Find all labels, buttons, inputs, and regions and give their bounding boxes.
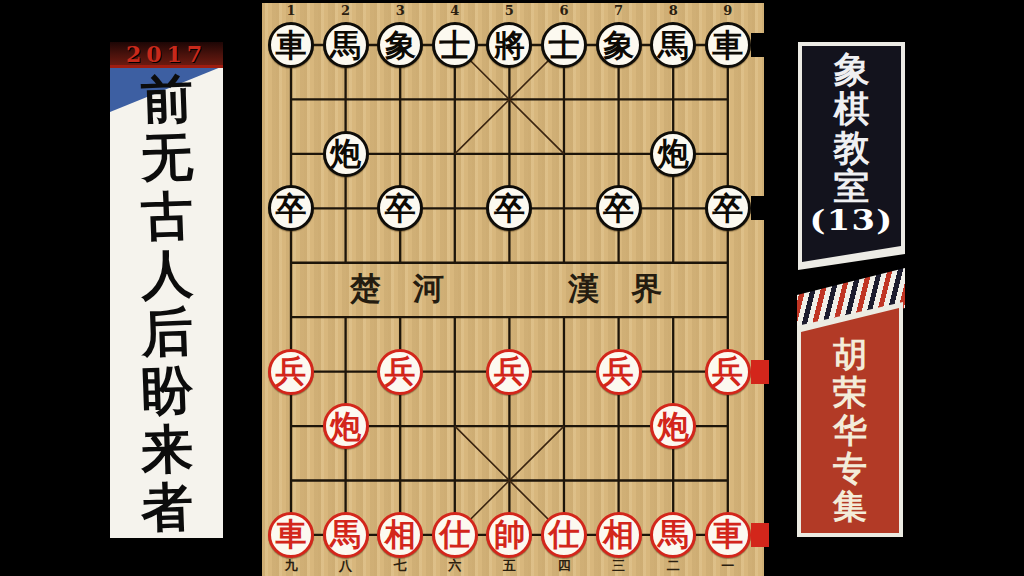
board-point-f7r4[interactable]: 卒 — [591, 181, 646, 235]
board-point-f3r7[interactable]: 兵 — [373, 344, 428, 398]
piece-red-馬[interactable]: 馬 — [323, 512, 369, 558]
banner-char: 者 — [140, 480, 194, 534]
board-point-f6r1[interactable]: 士 — [537, 18, 592, 72]
board-point-f8r5[interactable] — [646, 236, 701, 290]
piece-red-相[interactable]: 相 — [596, 512, 642, 558]
banner-char: 室 — [834, 167, 870, 206]
piece-black-卒[interactable]: 卒 — [486, 185, 532, 231]
board-point-f3r9[interactable] — [373, 453, 428, 507]
board-point-f5r9[interactable] — [482, 453, 537, 507]
board-point-f5r2[interactable] — [482, 72, 537, 126]
board-point-f4r5[interactable] — [427, 236, 482, 290]
board-point-f2r6[interactable] — [318, 290, 373, 344]
file-label-top: 3 — [396, 4, 405, 17]
board-point-f4r6[interactable] — [427, 290, 482, 344]
edge-tab-black — [751, 196, 769, 220]
piece-red-仕[interactable]: 仕 — [541, 512, 587, 558]
board-point-f5r3[interactable] — [482, 127, 537, 181]
board-point-f7r8[interactable] — [591, 399, 646, 453]
board-point-f2r10[interactable]: 馬 — [318, 508, 373, 562]
board-point-f8r2[interactable] — [646, 72, 701, 126]
piece-black-馬[interactable]: 馬 — [323, 22, 369, 68]
board-points-grid: 車馬象士將士象馬車炮炮卒卒卒卒卒兵兵兵兵兵炮炮車馬相仕帥仕相馬車 — [264, 18, 755, 562]
banner-char: 棋 — [834, 89, 870, 128]
piece-red-炮[interactable]: 炮 — [323, 403, 369, 449]
board-point-f4r9[interactable] — [427, 453, 482, 507]
banner-char: 前 — [140, 72, 194, 126]
xiangqi-board: 123456789 九八七六五四三二一 楚河 漢界 車馬象士將士象馬車炮炮卒卒卒… — [262, 0, 764, 576]
board-point-f8r9[interactable] — [646, 453, 701, 507]
board-point-f4r3[interactable] — [427, 127, 482, 181]
board-point-f8r10[interactable]: 馬 — [646, 508, 701, 562]
piece-red-炮[interactable]: 炮 — [650, 403, 696, 449]
board-point-f9r6[interactable] — [700, 290, 755, 344]
board-point-f9r2[interactable] — [700, 72, 755, 126]
board-point-f4r8[interactable] — [427, 399, 482, 453]
collection-title-text: 胡荣华专集 — [801, 300, 899, 533]
board-point-f2r4[interactable] — [318, 181, 373, 235]
board-point-f2r9[interactable] — [318, 453, 373, 507]
piece-black-士[interactable]: 士 — [432, 22, 478, 68]
board-point-f9r8[interactable] — [700, 399, 755, 453]
board-point-f5r1[interactable]: 將 — [482, 18, 537, 72]
file-label-top: 8 — [669, 4, 678, 17]
board-point-f1r1[interactable]: 車 — [264, 18, 319, 72]
board-point-f6r9[interactable] — [537, 453, 592, 507]
board-point-f4r7[interactable] — [427, 344, 482, 398]
file-label-top: 5 — [505, 4, 514, 17]
banner-char: 专 — [833, 449, 867, 487]
board-point-f2r5[interactable] — [318, 236, 373, 290]
edge-tab-red — [751, 360, 769, 384]
board-point-f7r7[interactable]: 兵 — [591, 344, 646, 398]
board-point-f6r5[interactable] — [537, 236, 592, 290]
piece-red-車[interactable]: 車 — [268, 512, 314, 558]
file-label-top: 4 — [450, 4, 459, 17]
piece-black-卒[interactable]: 卒 — [268, 185, 314, 231]
piece-black-車[interactable]: 車 — [705, 22, 751, 68]
piece-red-車[interactable]: 車 — [705, 512, 751, 558]
banner-char: 古 — [140, 189, 194, 243]
banner-char: 教 — [834, 128, 870, 167]
board-point-f6r3[interactable] — [537, 127, 592, 181]
board-point-f6r4[interactable] — [537, 181, 592, 235]
banner-char: 盼 — [140, 363, 194, 417]
board-point-f2r3[interactable]: 炮 — [318, 127, 373, 181]
board-point-f3r5[interactable] — [373, 236, 428, 290]
board-point-f1r2[interactable] — [264, 72, 319, 126]
file-label-top: 7 — [614, 4, 623, 17]
banner-char: 华 — [833, 411, 867, 449]
board-point-f1r5[interactable] — [264, 236, 319, 290]
piece-red-帥[interactable]: 帥 — [486, 512, 532, 558]
board-point-f7r6[interactable] — [591, 290, 646, 344]
piece-black-象[interactable]: 象 — [596, 22, 642, 68]
board-point-f2r2[interactable] — [318, 72, 373, 126]
board-point-f4r2[interactable] — [427, 72, 482, 126]
board-point-f9r9[interactable] — [700, 453, 755, 507]
piece-red-兵[interactable]: 兵 — [596, 349, 642, 395]
board-point-f4r1[interactable]: 士 — [427, 18, 482, 72]
board-point-f8r8[interactable]: 炮 — [646, 399, 701, 453]
board-point-f6r8[interactable] — [537, 399, 592, 453]
board-point-f3r8[interactable] — [373, 399, 428, 453]
banner-char: 无 — [140, 130, 194, 184]
piece-red-兵[interactable]: 兵 — [486, 349, 532, 395]
board-point-f9r1[interactable]: 車 — [700, 18, 755, 72]
piece-black-馬[interactable]: 馬 — [650, 22, 696, 68]
banner-char: 集 — [833, 487, 867, 525]
board-point-f1r9[interactable] — [264, 453, 319, 507]
video-frame: 2017 前无古人后盼来者 123456789 九八七六五四三二一 楚河 漢界 … — [0, 0, 1024, 576]
board-point-f7r9[interactable] — [591, 453, 646, 507]
board-point-f3r6[interactable] — [373, 290, 428, 344]
board-point-f2r1[interactable]: 馬 — [318, 18, 373, 72]
board-point-f5r7[interactable]: 兵 — [482, 344, 537, 398]
board-point-f5r6[interactable] — [482, 290, 537, 344]
left-calligraphy-banner: 2017 前无古人后盼来者 — [110, 42, 223, 538]
piece-black-象[interactable]: 象 — [377, 22, 423, 68]
banner-char: 来 — [140, 422, 194, 476]
year-label: 2017 — [110, 42, 223, 68]
banner-char: 后 — [140, 305, 194, 359]
banner-char: 人 — [140, 247, 194, 301]
edge-tab-red — [751, 523, 769, 547]
piece-red-兵[interactable]: 兵 — [705, 349, 751, 395]
board-point-f6r6[interactable] — [537, 290, 592, 344]
piece-red-馬[interactable]: 馬 — [650, 512, 696, 558]
board-point-f3r2[interactable] — [373, 72, 428, 126]
board-point-f8r1[interactable]: 馬 — [646, 18, 701, 72]
board-point-f5r5[interactable] — [482, 236, 537, 290]
edge-tab-black — [751, 33, 769, 57]
board-point-f9r5[interactable] — [700, 236, 755, 290]
board-point-f3r3[interactable] — [373, 127, 428, 181]
piece-red-兵[interactable]: 兵 — [268, 349, 314, 395]
banner-char: 荣 — [833, 373, 867, 411]
file-label-top: 2 — [341, 4, 350, 17]
piece-red-相[interactable]: 相 — [377, 512, 423, 558]
board-point-f2r8[interactable]: 炮 — [318, 399, 373, 453]
piece-red-兵[interactable]: 兵 — [377, 349, 423, 395]
board-point-f4r10[interactable]: 仕 — [427, 508, 482, 562]
board-point-f5r4[interactable]: 卒 — [482, 181, 537, 235]
series-title-banner: 象棋教室(13) — [798, 42, 905, 272]
board-point-f1r10[interactable]: 車 — [264, 508, 319, 562]
board-point-f1r7[interactable]: 兵 — [264, 344, 319, 398]
piece-black-卒[interactable]: 卒 — [377, 185, 423, 231]
board-point-f9r3[interactable] — [700, 127, 755, 181]
board-point-f7r10[interactable]: 相 — [591, 508, 646, 562]
board-point-f5r8[interactable] — [482, 399, 537, 453]
board-point-f1r6[interactable] — [264, 290, 319, 344]
board-point-f3r10[interactable]: 相 — [373, 508, 428, 562]
board-point-f8r6[interactable] — [646, 290, 701, 344]
piece-black-卒[interactable]: 卒 — [705, 185, 751, 231]
piece-black-卒[interactable]: 卒 — [596, 185, 642, 231]
board-point-f1r8[interactable] — [264, 399, 319, 453]
board-point-f3r4[interactable]: 卒 — [373, 181, 428, 235]
board-point-f8r3[interactable]: 炮 — [646, 127, 701, 181]
board-point-f6r10[interactable]: 仕 — [537, 508, 592, 562]
board-point-f9r4[interactable]: 卒 — [700, 181, 755, 235]
board-point-f2r7[interactable] — [318, 344, 373, 398]
board-point-f8r4[interactable] — [646, 181, 701, 235]
board-point-f1r3[interactable] — [264, 127, 319, 181]
piece-black-炮[interactable]: 炮 — [650, 131, 696, 177]
board-point-f7r5[interactable] — [591, 236, 646, 290]
calligraphy-text: 前无古人后盼来者 — [110, 68, 223, 538]
board-point-f3r1[interactable]: 象 — [373, 18, 428, 72]
piece-black-炮[interactable]: 炮 — [323, 131, 369, 177]
piece-black-士[interactable]: 士 — [541, 22, 587, 68]
file-label-top: 1 — [286, 4, 295, 17]
board-point-f7r2[interactable] — [591, 72, 646, 126]
piece-red-仕[interactable]: 仕 — [432, 512, 478, 558]
collection-title-banner: 胡荣华专集 — [797, 300, 903, 537]
file-label-top: 9 — [723, 4, 732, 17]
board-point-f7r1[interactable]: 象 — [591, 18, 646, 72]
board-point-f5r10[interactable]: 帥 — [482, 508, 537, 562]
board-point-f8r7[interactable] — [646, 344, 701, 398]
banner-char: 象 — [834, 50, 870, 89]
board-point-f9r7[interactable]: 兵 — [700, 344, 755, 398]
file-label-top: 6 — [559, 4, 568, 17]
board-point-f7r3[interactable] — [591, 127, 646, 181]
episode-number: (13) — [810, 206, 894, 236]
piece-black-將[interactable]: 將 — [486, 22, 532, 68]
board-point-f6r2[interactable] — [537, 72, 592, 126]
board-point-f6r7[interactable] — [537, 344, 592, 398]
board-point-f4r4[interactable] — [427, 181, 482, 235]
board-point-f1r4[interactable]: 卒 — [264, 181, 319, 235]
piece-black-車[interactable]: 車 — [268, 22, 314, 68]
banner-char: 胡 — [833, 335, 867, 373]
series-title-text: 象棋教室(13) — [802, 46, 901, 272]
board-point-f9r10[interactable]: 車 — [700, 508, 755, 562]
